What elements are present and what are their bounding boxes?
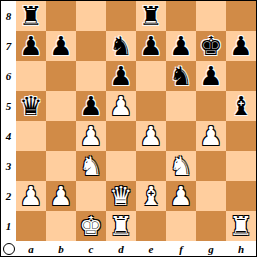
chess-diagram: 8 7 6 5 4 3 2 1 ♜♜♟♟♞♟♟♚♟♟♞♟♛♟♟♝♟♟♟♞♞♟♟♛… (0, 0, 257, 257)
square-d4[interactable] (106, 121, 136, 151)
black-pawn-h7[interactable]: ♟ (229, 31, 252, 61)
square-e2[interactable]: ♝ (136, 181, 166, 211)
square-d3[interactable] (106, 151, 136, 181)
square-g6[interactable]: ♟ (196, 61, 226, 91)
white-knight-f3[interactable]: ♞ (169, 151, 192, 181)
square-a6[interactable] (16, 61, 46, 91)
square-b3[interactable] (46, 151, 76, 181)
white-to-move-circle-icon (3, 243, 15, 255)
square-f4[interactable] (166, 121, 196, 151)
black-king-g7[interactable]: ♚ (199, 31, 222, 61)
square-h1[interactable]: ♜ (226, 211, 256, 241)
square-f8[interactable] (166, 1, 196, 31)
square-f1[interactable] (166, 211, 196, 241)
black-pawn-g6[interactable]: ♟ (199, 61, 222, 91)
square-h7[interactable]: ♟ (226, 31, 256, 61)
black-pawn-d6[interactable]: ♟ (109, 61, 132, 91)
side-to-move-indicator (1, 241, 16, 256)
square-h6[interactable] (226, 61, 256, 91)
square-a8[interactable]: ♜ (16, 1, 46, 31)
square-b6[interactable] (46, 61, 76, 91)
file-label-b: b (46, 241, 76, 256)
square-d7[interactable]: ♞ (106, 31, 136, 61)
square-e5[interactable] (136, 91, 166, 121)
square-b4[interactable] (46, 121, 76, 151)
square-h8[interactable] (226, 1, 256, 31)
square-c4[interactable]: ♟ (76, 121, 106, 151)
white-rook-h1[interactable]: ♜ (229, 211, 252, 241)
white-pawn-c4[interactable]: ♟ (79, 121, 102, 151)
square-e6[interactable] (136, 61, 166, 91)
square-f2[interactable]: ♟ (166, 181, 196, 211)
rank-label-1: 1 (1, 211, 16, 241)
square-e3[interactable] (136, 151, 166, 181)
file-label-a: a (16, 241, 46, 256)
square-c6[interactable] (76, 61, 106, 91)
file-label-d: d (106, 241, 136, 256)
square-c3[interactable]: ♞ (76, 151, 106, 181)
square-a3[interactable] (16, 151, 46, 181)
square-b8[interactable] (46, 1, 76, 31)
rank-label-5: 5 (1, 91, 16, 121)
file-label-c: c (76, 241, 106, 256)
rank-label-7: 7 (1, 31, 16, 61)
black-rook-e8[interactable]: ♜ (139, 1, 162, 31)
black-rook-a8[interactable]: ♜ (19, 1, 42, 31)
square-b2[interactable]: ♟ (46, 181, 76, 211)
square-d8[interactable] (106, 1, 136, 31)
file-label-h: h (226, 241, 256, 256)
square-d2[interactable]: ♛ (106, 181, 136, 211)
rank-label-3: 3 (1, 151, 16, 181)
rank-label-4: 4 (1, 121, 16, 151)
square-g4[interactable]: ♟ (196, 121, 226, 151)
square-h5[interactable]: ♝ (226, 91, 256, 121)
black-pawn-f7[interactable]: ♟ (169, 31, 192, 61)
white-king-c1[interactable]: ♚ (79, 211, 102, 241)
square-e1[interactable] (136, 211, 166, 241)
square-a4[interactable] (16, 121, 46, 151)
square-g2[interactable] (196, 181, 226, 211)
black-pawn-a7[interactable]: ♟ (19, 31, 42, 61)
square-a1[interactable] (16, 211, 46, 241)
file-label-e: e (136, 241, 166, 256)
square-a7[interactable]: ♟ (16, 31, 46, 61)
black-knight-d7[interactable]: ♞ (109, 31, 132, 61)
square-h4[interactable] (226, 121, 256, 151)
square-a5[interactable]: ♛ (16, 91, 46, 121)
square-g5[interactable] (196, 91, 226, 121)
square-h2[interactable] (226, 181, 256, 211)
white-pawn-f2[interactable]: ♟ (169, 181, 192, 211)
square-c8[interactable] (76, 1, 106, 31)
square-d5[interactable]: ♟ (106, 91, 136, 121)
black-knight-f6[interactable]: ♞ (169, 61, 192, 91)
square-g7[interactable]: ♚ (196, 31, 226, 61)
rank-label-2: 2 (1, 181, 16, 211)
square-f3[interactable]: ♞ (166, 151, 196, 181)
black-bishop-h5[interactable]: ♝ (229, 91, 252, 121)
square-c2[interactable] (76, 181, 106, 211)
white-pawn-e4[interactable]: ♟ (139, 121, 162, 151)
black-pawn-c5[interactable]: ♟ (79, 91, 102, 121)
square-c1[interactable]: ♚ (76, 211, 106, 241)
square-c5[interactable]: ♟ (76, 91, 106, 121)
white-bishop-e2[interactable]: ♝ (139, 181, 162, 211)
white-knight-c3[interactable]: ♞ (79, 151, 102, 181)
file-label-g: g (196, 241, 226, 256)
square-f6[interactable]: ♞ (166, 61, 196, 91)
white-rook-d1[interactable]: ♜ (109, 211, 132, 241)
square-e7[interactable]: ♟ (136, 31, 166, 61)
black-pawn-e7[interactable]: ♟ (139, 31, 162, 61)
file-label-f: f (166, 241, 196, 256)
square-f5[interactable] (166, 91, 196, 121)
white-pawn-g4[interactable]: ♟ (199, 121, 222, 151)
rank-labels: 8 7 6 5 4 3 2 1 (1, 1, 16, 241)
square-b5[interactable] (46, 91, 76, 121)
square-c7[interactable] (76, 31, 106, 61)
square-g8[interactable] (196, 1, 226, 31)
white-queen-d2[interactable]: ♛ (109, 181, 132, 211)
black-queen-a5[interactable]: ♛ (19, 91, 42, 121)
rank-label-8: 8 (1, 1, 16, 31)
square-d1[interactable]: ♜ (106, 211, 136, 241)
chess-board: ♜♜♟♟♞♟♟♚♟♟♞♟♛♟♟♝♟♟♟♞♞♟♟♛♝♟♚♜♜ (16, 1, 256, 241)
square-g1[interactable] (196, 211, 226, 241)
square-d6[interactable]: ♟ (106, 61, 136, 91)
file-labels: a b c d e f g h (1, 241, 256, 256)
white-pawn-d5[interactable]: ♟ (109, 91, 132, 121)
square-b1[interactable] (46, 211, 76, 241)
square-b7[interactable]: ♟ (46, 31, 76, 61)
square-h3[interactable] (226, 151, 256, 181)
square-a2[interactable]: ♟ (16, 181, 46, 211)
square-g3[interactable] (196, 151, 226, 181)
white-pawn-b2[interactable]: ♟ (49, 181, 72, 211)
white-pawn-a2[interactable]: ♟ (19, 181, 42, 211)
square-f7[interactable]: ♟ (166, 31, 196, 61)
black-pawn-b7[interactable]: ♟ (49, 31, 72, 61)
square-e4[interactable]: ♟ (136, 121, 166, 151)
square-e8[interactable]: ♜ (136, 1, 166, 31)
rank-label-6: 6 (1, 61, 16, 91)
